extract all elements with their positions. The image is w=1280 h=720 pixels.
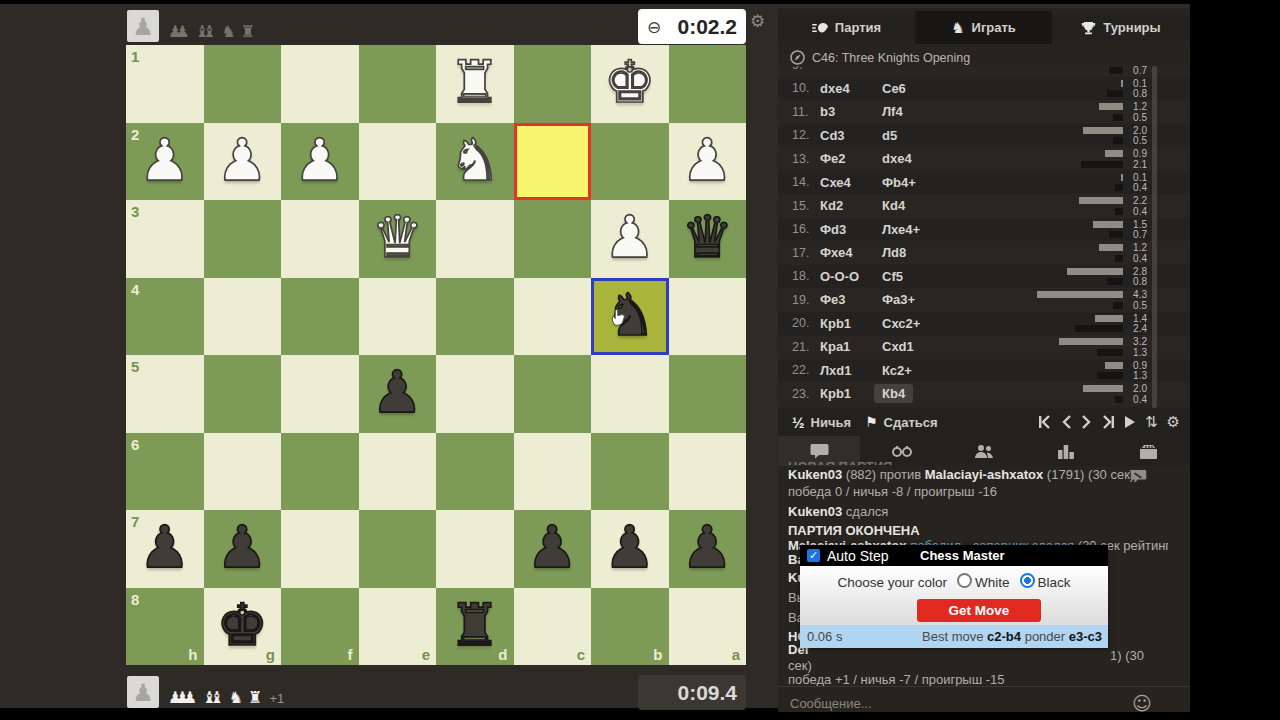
square-c2[interactable] [514, 123, 592, 201]
move-number: 17. [778, 246, 820, 260]
move-row: 17.Фхе4Лd81.20.4 [778, 241, 1190, 265]
captured-group: ♞ [229, 688, 236, 707]
square-b5[interactable] [591, 355, 669, 433]
white-move[interactable]: Кра1 [820, 339, 882, 354]
black-queen-a3[interactable]: ♛ [669, 200, 747, 278]
square-b8[interactable]: b [591, 588, 669, 666]
square-b7[interactable]: ♟ [591, 510, 669, 588]
black-pawn-c7[interactable]: ♟ [514, 510, 592, 588]
move-number: 10. [778, 81, 820, 95]
subtab-stats[interactable] [1025, 436, 1107, 466]
clock-black: 0:09.4 [638, 675, 746, 710]
binoculars-icon [892, 444, 912, 458]
square-f6[interactable] [281, 433, 359, 511]
choose-color-label: Choose your color [837, 575, 947, 590]
message-input[interactable]: Сообщение... [790, 696, 872, 711]
square-d1[interactable]: ♜ [436, 45, 514, 123]
clock-white: ⊖ 0:02.2 [638, 9, 746, 44]
square-h5[interactable]: 5 [126, 355, 204, 433]
white-move[interactable]: b3 [820, 104, 882, 119]
auto-step-label: Auto Step [827, 548, 889, 564]
square-h3[interactable]: 3 [126, 200, 204, 278]
draw-button[interactable]: ½ Ничья [792, 414, 851, 431]
podium-chart-icon [1057, 444, 1075, 459]
square-g1[interactable] [204, 45, 282, 123]
live-game-icon [812, 22, 828, 34]
tab-bar: Партия ♞ Играть Турниры [778, 14, 1190, 41]
square-f2[interactable]: ♟ [281, 123, 359, 201]
square-a2[interactable]: ♟ [669, 123, 747, 201]
chat-line: ПАРТИЯ ОКОНЧЕНА [788, 523, 1168, 538]
white-pawn-a2[interactable]: ♟ [669, 123, 747, 201]
previous-move-icon[interactable] [1061, 415, 1072, 429]
square-d2[interactable]: ♞ [436, 123, 514, 201]
chess-board[interactable]: 1♜♚2♟♟♟♞♟3♛♟♛4♞5♟67♟♟♟♟♟8hg♚fed♜cba [126, 45, 746, 665]
white-pawn-g2[interactable]: ♟ [204, 123, 282, 201]
square-h7[interactable]: 7♟ [126, 510, 204, 588]
opening-name: C46: Three Knights Opening [812, 51, 970, 65]
captured-group: ♜ [248, 688, 255, 707]
chat-score-line: победа +1 / ничья -7 / проигрыш -15 [788, 672, 1005, 687]
square-g3[interactable] [204, 200, 282, 278]
square-c8[interactable]: c [514, 588, 592, 666]
move-times: 1.50.7 [1037, 219, 1147, 240]
rank-label: 8 [131, 591, 139, 608]
tab-play-label: Играть [972, 20, 1016, 35]
chat-fragment: 1) (30 [1110, 648, 1144, 663]
square-e4[interactable] [359, 278, 437, 356]
white-pawn-b3[interactable]: ♟ [591, 200, 669, 278]
chat-line: Kuken03 сдался [788, 504, 1168, 519]
overlay-header: ✓ Auto Step Chess Master [800, 545, 1108, 566]
square-a3[interactable]: ♛ [669, 200, 747, 278]
tab-game-label: Партия [835, 20, 881, 35]
square-a5[interactable] [669, 355, 747, 433]
square-g5[interactable] [204, 355, 282, 433]
chat-bubble-icon [810, 443, 829, 459]
black-move[interactable]: Ce6 [882, 81, 986, 96]
file-label: h [188, 646, 197, 663]
move-times: 0.91.3 [1037, 360, 1147, 381]
white-move[interactable]: Лхd1 [820, 363, 882, 378]
move-times: 2.00.4 [1037, 383, 1147, 404]
square-e2[interactable] [359, 123, 437, 201]
white-move[interactable]: Фе3 [820, 292, 882, 307]
rank-label: 6 [131, 436, 139, 453]
scrollbar-thumb[interactable] [1152, 66, 1157, 408]
square-c5[interactable] [514, 355, 592, 433]
move-number: 12. [778, 128, 820, 142]
square-g6[interactable] [204, 433, 282, 511]
flip-board-icon[interactable]: ⇅ [1145, 413, 1158, 431]
move-row: 22.Лхd1Кс2+0.91.3 [778, 359, 1190, 383]
engine-time: 0.06 s [807, 629, 842, 644]
black-move[interactable]: Схс2+ [882, 316, 986, 331]
black-move[interactable]: dxe4 [882, 151, 986, 166]
black-move[interactable]: Фb4+ [882, 175, 986, 190]
move-number: 9. [778, 66, 820, 72]
move-row: 18.O-O-OCf52.80.8 [778, 265, 1190, 289]
move-number: 21. [778, 340, 820, 354]
flag-icon: ⚑ [865, 414, 878, 430]
square-b1[interactable]: ♚ [591, 45, 669, 123]
file-label: c [577, 646, 585, 663]
file-label: f [348, 646, 353, 663]
move-list: 9.0.710.dxe4Ce60.10.811.b3Лf41.20.512.Cd… [778, 66, 1190, 408]
move-times: 1.42.4 [1037, 313, 1147, 334]
square-d6[interactable] [436, 433, 514, 511]
square-d5[interactable] [436, 355, 514, 433]
tab-play[interactable]: ♞ Играть [915, 11, 1052, 44]
emoji-smiley-icon[interactable]: ☺ [1132, 692, 1152, 714]
square-c3[interactable] [514, 200, 592, 278]
trophy-icon [1081, 21, 1096, 35]
white-move[interactable]: dxe4 [820, 81, 882, 96]
captured-group: ♟♟ [168, 22, 183, 41]
file-label: b [653, 646, 662, 663]
square-a6[interactable] [669, 433, 747, 511]
move-row: 11.b3Лf41.20.5 [778, 100, 1190, 124]
material-advantage: +1 [269, 691, 284, 706]
square-e5[interactable]: ♟ [359, 355, 437, 433]
subtab-games[interactable] [1108, 436, 1190, 466]
white-pawn-f2[interactable]: ♟ [281, 123, 359, 201]
square-f7[interactable] [281, 510, 359, 588]
move-row: 9.0.7 [778, 66, 1190, 77]
black-move[interactable]: Кd4 [882, 198, 986, 213]
white-move[interactable]: Схе4 [820, 175, 882, 190]
captured-group: ♝♝ [195, 22, 210, 41]
white-move[interactable]: O-O-O [820, 269, 882, 284]
move-times: 4.30.5 [1037, 289, 1147, 310]
square-a7[interactable]: ♟ [669, 510, 747, 588]
move-times: 2.80.8 [1037, 266, 1147, 287]
rank-label: 5 [131, 358, 139, 375]
rank-label: 3 [131, 203, 139, 220]
last-move-icon[interactable] [1101, 415, 1115, 429]
square-d3[interactable] [436, 200, 514, 278]
black-pawn-g7[interactable]: ♟ [204, 510, 282, 588]
square-h6[interactable]: 6 [126, 433, 204, 511]
black-knight-b4[interactable]: ♞ [591, 278, 669, 356]
move-row: 21.Кра1Cxd13.21.3 [778, 335, 1190, 359]
white-move[interactable]: Фхе4 [820, 245, 882, 260]
square-c4[interactable] [514, 278, 592, 356]
chat-line: Kuken03 (882) против Malaciayi-ashxatox … [788, 467, 1168, 482]
white-move[interactable]: Фе2 [820, 151, 882, 166]
autoplay-icon[interactable] [1124, 415, 1136, 429]
move-number: 15. [778, 199, 820, 213]
square-d7[interactable] [436, 510, 514, 588]
people-icon [974, 444, 994, 459]
rank-label: 7 [131, 513, 139, 530]
tab-tournaments[interactable]: Турниры [1052, 14, 1190, 41]
black-move[interactable]: Лf4 [882, 104, 986, 119]
captured-group: ♟♟♟ [168, 688, 190, 707]
move-times: 1.20.5 [1037, 101, 1147, 122]
clock-white-value: 0:02.2 [661, 15, 737, 39]
chat-mute-icon[interactable] [1130, 469, 1147, 484]
square-d8[interactable]: d♜ [436, 588, 514, 666]
radio-black[interactable] [1020, 573, 1035, 588]
white-move[interactable]: Кd2 [820, 198, 882, 213]
rank-label: 2 [131, 126, 139, 143]
clipped-chat-header: НОВАЯ ПАРТИЯ [788, 459, 892, 465]
square-h8[interactable]: 8h [126, 588, 204, 666]
tab-tournaments-label: Турниры [1103, 20, 1160, 35]
square-f4[interactable] [281, 278, 359, 356]
auto-step-checkbox[interactable]: ✓ [807, 549, 820, 562]
black-move[interactable]: Кс2+ [882, 363, 986, 378]
square-a4[interactable] [669, 278, 747, 356]
white-move[interactable]: Крb1 [820, 316, 882, 331]
move-times: 0.10.8 [1037, 78, 1147, 99]
resign-button[interactable]: ⚑ Сдаться [865, 414, 938, 430]
square-f8[interactable]: f [281, 588, 359, 666]
rank-label: 1 [131, 48, 139, 65]
move-row: 23.Крb1Кb42.00.4 [778, 382, 1190, 406]
square-f1[interactable] [281, 45, 359, 123]
square-c7[interactable]: ♟ [514, 510, 592, 588]
move-number: 20. [778, 316, 820, 330]
captured-group: ♝♝ [202, 688, 217, 707]
white-move[interactable]: Крb1 [820, 386, 882, 401]
black-move[interactable]: Лхе4+ [882, 222, 986, 237]
move-row: 15.Кd2Кd42.20.4 [778, 194, 1190, 218]
move-number: 11. [778, 105, 820, 119]
compass-icon [790, 50, 805, 65]
square-h1[interactable]: 1 [126, 45, 204, 123]
square-b3[interactable]: ♟ [591, 200, 669, 278]
settings-gear-icon[interactable]: ⚙ [1167, 413, 1180, 431]
move-number: 19. [778, 293, 820, 307]
resign-label: Сдаться [884, 415, 938, 430]
white-king-b1[interactable]: ♚ [591, 45, 669, 123]
square-h2[interactable]: 2♟ [126, 123, 204, 201]
rank-label: 4 [131, 281, 139, 298]
square-b2[interactable] [591, 123, 669, 201]
avatar[interactable]: ♟ [127, 10, 159, 42]
chat-line: победа 0 / ничья -8 / проигрыш -16 [788, 484, 1168, 499]
black-move[interactable]: d5 [882, 128, 986, 143]
square-b6[interactable] [591, 433, 669, 511]
radio-white-label[interactable]: White [975, 575, 1010, 590]
black-move[interactable]: Лd8 [882, 245, 986, 260]
square-b4[interactable]: ♞ [591, 278, 669, 356]
radio-black-label[interactable]: Black [1038, 575, 1071, 590]
chess-master-overlay: ✓ Auto Step Chess Master Choose your col… [800, 545, 1108, 648]
move-times: 3.21.3 [1037, 336, 1147, 357]
choose-color-row: Choose your colorWhiteBlack [800, 573, 1108, 590]
clock-minus-icon: ⊖ [647, 17, 661, 37]
avatar[interactable]: ♟ [127, 676, 159, 708]
move-row: 20.Крb1Схс2+1.42.4 [778, 312, 1190, 336]
square-d4[interactable] [436, 278, 514, 356]
square-e3[interactable]: ♛ [359, 200, 437, 278]
move-number: 23. [778, 387, 820, 401]
first-move-icon[interactable] [1038, 415, 1052, 429]
square-e7[interactable] [359, 510, 437, 588]
square-e1[interactable] [359, 45, 437, 123]
divider [778, 686, 1190, 687]
white-move[interactable]: Фd3 [820, 222, 882, 237]
move-number: 22. [778, 363, 820, 377]
captured-pieces-bottom: ♟♟♟♝♝♞♜+1 [168, 688, 284, 707]
draw-label: Ничья [811, 415, 852, 430]
subtab-players[interactable] [943, 436, 1025, 466]
black-move[interactable]: Cf5 [882, 269, 986, 284]
black-pawn-e5[interactable]: ♟ [359, 355, 437, 433]
best-move-text: Best move c2-b4 ponder e3-c3 [922, 629, 1102, 644]
black-move[interactable]: Cxd1 [882, 339, 986, 354]
gear-icon[interactable]: ⚙ [750, 11, 765, 31]
clock-black-value: 0:09.4 [638, 681, 737, 705]
black-move[interactable]: Кb4 [882, 386, 986, 401]
overlay-body: Choose your colorWhiteBlack Get Move [800, 566, 1108, 625]
square-e8[interactable]: e [359, 588, 437, 666]
square-g4[interactable] [204, 278, 282, 356]
games-archive-icon [1139, 444, 1158, 459]
square-a8[interactable]: a [669, 588, 747, 666]
square-f5[interactable] [281, 355, 359, 433]
move-times: 2.00.5 [1037, 125, 1147, 146]
move-times: 0.92.1 [1037, 148, 1147, 169]
file-label: e [422, 646, 430, 663]
move-times: 0.10.4 [1037, 172, 1147, 193]
square-e6[interactable] [359, 433, 437, 511]
black-pawn-a7[interactable]: ♟ [669, 510, 747, 588]
move-times: 0.7 [1037, 66, 1147, 75]
square-a1[interactable] [669, 45, 747, 123]
square-g7[interactable]: ♟ [204, 510, 282, 588]
captured-group: ♜ [241, 22, 248, 41]
black-pawn-b7[interactable]: ♟ [591, 510, 669, 588]
square-c1[interactable] [514, 45, 592, 123]
move-row: 16.Фd3Лхе4+1.50.7 [778, 218, 1190, 242]
white-rook-d1[interactable]: ♜ [436, 45, 514, 123]
move-row: 19.Фе3Фа3+4.30.5 [778, 288, 1190, 312]
hand-cursor [610, 308, 627, 327]
overlay-title: Chess Master [920, 548, 1005, 563]
move-navigation: ⇅ ⚙ [1038, 413, 1180, 431]
white-move[interactable]: Cd3 [820, 128, 882, 143]
square-g8[interactable]: g♚ [204, 588, 282, 666]
file-label: a [732, 646, 740, 663]
square-g2[interactable]: ♟ [204, 123, 282, 201]
white-queen-e3[interactable]: ♛ [359, 200, 437, 278]
square-f3[interactable] [281, 200, 359, 278]
move-number: 13. [778, 152, 820, 166]
move-times: 1.20.4 [1037, 242, 1147, 263]
opening-name-row: C46: Three Knights Opening [790, 50, 970, 65]
move-row: 14.Схе4Фb4+0.10.4 [778, 171, 1190, 195]
move-number: 14. [778, 175, 820, 189]
next-move-icon[interactable] [1081, 415, 1092, 429]
play-knight-icon: ♞ [951, 19, 964, 37]
file-label: d [498, 646, 507, 663]
captured-pieces-top: ♟♟♝♝♞♜ [168, 22, 260, 41]
overlay-footer: 0.06 s Best move c2-b4 ponder e3-c3 [800, 625, 1108, 648]
move-row: 10.dxe4Ce60.10.8 [778, 77, 1190, 101]
white-knight-d2[interactable]: ♞ [436, 123, 514, 201]
file-label: g [266, 646, 275, 663]
move-row: 13.Фе2dxe40.92.1 [778, 147, 1190, 171]
game-controls: ½ Ничья ⚑ Сдаться ⇅ ⚙ [778, 408, 1190, 436]
move-number: 16. [778, 222, 820, 236]
chat-fragment: сек) [788, 658, 812, 673]
half-icon: ½ [792, 414, 805, 431]
get-move-button[interactable]: Get Move [917, 599, 1041, 622]
move-times: 2.20.4 [1037, 195, 1147, 216]
move-number: 18. [778, 269, 820, 283]
radio-white[interactable] [957, 573, 972, 588]
black-move[interactable]: Фа3+ [882, 292, 986, 307]
tab-game[interactable]: Партия [778, 14, 915, 41]
move-row: 12.Cd3d52.00.5 [778, 124, 1190, 148]
captured-group: ♞ [221, 22, 228, 41]
square-h4[interactable]: 4 [126, 278, 204, 356]
square-c6[interactable] [514, 433, 592, 511]
